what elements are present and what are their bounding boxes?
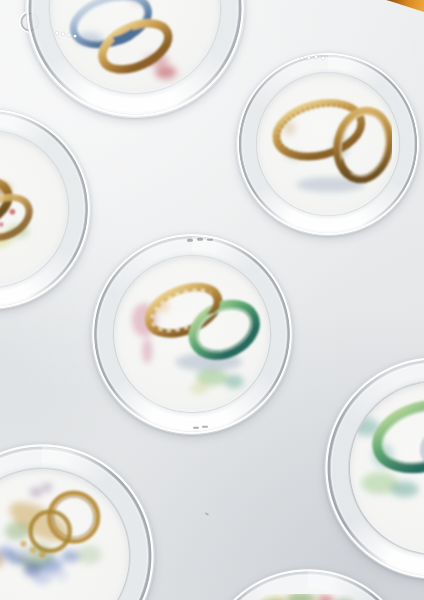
epoxy-sticker-bottom-left (0, 443, 155, 600)
two-gold-rings-artwork (264, 80, 392, 208)
air-bubble (68, 34, 71, 37)
dust-speck (205, 512, 209, 515)
air-bubble (301, 57, 304, 60)
rim-mark (197, 238, 203, 241)
air-bubble (73, 34, 76, 37)
epoxy-sticker-bottom-center (200, 568, 416, 600)
sticker-face (114, 256, 270, 412)
air-bubble (62, 32, 65, 35)
blue-gold-rings-artwork (59, 0, 211, 84)
air-bubble (55, 32, 58, 35)
rim-mark (187, 239, 193, 242)
epoxy-sticker-middle-right (324, 356, 424, 580)
rim-mark (207, 239, 213, 242)
rim-mark (193, 427, 199, 430)
orange-surface-sliver (386, 0, 424, 14)
air-bubble (308, 56, 311, 59)
epoxy-sticker-middle-left (0, 108, 91, 310)
epoxy-sticker-top-left (25, 0, 245, 118)
sticker-face (257, 73, 399, 215)
rim-mark (202, 426, 208, 429)
gold-green-rings-artwork (122, 264, 262, 404)
epoxy-sticker-center (91, 233, 293, 435)
air-bubble (322, 56, 325, 59)
air-bubble (315, 56, 318, 59)
rings-with-blue-flowers-artwork (0, 478, 120, 600)
epoxy-sticker-top-right (236, 52, 420, 236)
sticker-sheet-photo (0, 0, 424, 600)
